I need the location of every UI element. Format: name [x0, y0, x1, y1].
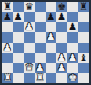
- square-f5[interactable]: [56, 32, 67, 42]
- square-e3[interactable]: [46, 53, 57, 63]
- square-a2[interactable]: [2, 63, 13, 73]
- piece-black-pawn: ♟: [46, 12, 55, 22]
- square-d8[interactable]: [35, 2, 46, 12]
- square-g8[interactable]: [67, 2, 78, 12]
- square-c6[interactable]: ♟: [24, 22, 35, 32]
- chess-diagram: ♜♛♚♜♟♟♟♟♟♟♟♟♟♟♝♛♟♟♜♜♚: [0, 0, 91, 85]
- square-a5[interactable]: [2, 32, 13, 42]
- piece-white-pawn: ♟: [36, 63, 45, 73]
- square-a4[interactable]: ♟: [2, 43, 13, 53]
- square-c3[interactable]: [24, 53, 35, 63]
- piece-black-pawn: ♟: [14, 12, 23, 22]
- square-g6[interactable]: ♟: [67, 22, 78, 32]
- square-a6[interactable]: [2, 22, 13, 32]
- piece-white-rook: ♜: [36, 73, 45, 83]
- square-c2[interactable]: ♛: [24, 63, 35, 73]
- square-f1[interactable]: [56, 73, 67, 83]
- piece-white-pawn: ♟: [3, 43, 12, 53]
- square-g4[interactable]: [67, 43, 78, 53]
- square-h8[interactable]: ♜: [78, 2, 89, 12]
- piece-black-rook: ♜: [3, 2, 12, 12]
- square-d1[interactable]: ♜: [35, 73, 46, 83]
- piece-black-rook: ♜: [79, 2, 88, 12]
- square-g3[interactable]: ♟: [67, 53, 78, 63]
- square-g7[interactable]: [67, 12, 78, 22]
- square-e6[interactable]: [46, 22, 57, 32]
- square-d6[interactable]: [35, 22, 46, 32]
- chess-board: ♜♛♚♜♟♟♟♟♟♟♟♟♟♟♝♛♟♟♜♜♚: [2, 2, 89, 83]
- square-e8[interactable]: [46, 2, 57, 12]
- piece-white-pawn: ♟: [57, 53, 66, 63]
- square-h2[interactable]: [78, 63, 89, 73]
- square-g2[interactable]: [67, 63, 78, 73]
- square-b6[interactable]: [13, 22, 24, 32]
- square-f7[interactable]: ♟: [56, 12, 67, 22]
- piece-black-pawn: ♟: [68, 22, 77, 32]
- square-a7[interactable]: ♟: [2, 12, 13, 22]
- square-e1[interactable]: [46, 73, 57, 83]
- square-b8[interactable]: [13, 2, 24, 12]
- square-b2[interactable]: [13, 63, 24, 73]
- piece-white-pawn: ♟: [68, 53, 77, 63]
- piece-black-king: ♚: [57, 2, 66, 12]
- square-b1[interactable]: [13, 73, 24, 83]
- square-h7[interactable]: [78, 12, 89, 22]
- square-f8[interactable]: ♚: [56, 2, 67, 12]
- square-d5[interactable]: [35, 32, 46, 42]
- piece-white-queen: ♛: [25, 63, 34, 73]
- piece-white-rook: ♜: [3, 73, 12, 83]
- square-a3[interactable]: [2, 53, 13, 63]
- square-g1[interactable]: ♚: [67, 73, 78, 83]
- square-c8[interactable]: ♛: [24, 2, 35, 12]
- square-e7[interactable]: ♟: [46, 12, 57, 22]
- square-h4[interactable]: [78, 43, 89, 53]
- square-h6[interactable]: [78, 22, 89, 32]
- square-a1[interactable]: ♜: [2, 73, 13, 83]
- square-b4[interactable]: [13, 43, 24, 53]
- square-g5[interactable]: [67, 32, 78, 42]
- piece-white-pawn: ♟: [46, 32, 55, 42]
- square-a8[interactable]: ♜: [2, 2, 13, 12]
- square-d2[interactable]: ♟: [35, 63, 46, 73]
- square-e4[interactable]: [46, 43, 57, 53]
- square-b7[interactable]: ♟: [13, 12, 24, 22]
- piece-white-pawn: ♟: [25, 22, 34, 32]
- square-c4[interactable]: [24, 43, 35, 53]
- square-f3[interactable]: ♟: [56, 53, 67, 63]
- square-b5[interactable]: [13, 32, 24, 42]
- square-c7[interactable]: [24, 12, 35, 22]
- square-b3[interactable]: [13, 53, 24, 63]
- square-f4[interactable]: [56, 43, 67, 53]
- square-c1[interactable]: [24, 73, 35, 83]
- piece-black-pawn: ♟: [57, 12, 66, 22]
- square-f6[interactable]: [56, 22, 67, 32]
- square-d7[interactable]: [35, 12, 46, 22]
- piece-white-king: ♚: [68, 73, 77, 83]
- square-e5[interactable]: ♟: [46, 32, 57, 42]
- square-h1[interactable]: [78, 73, 89, 83]
- square-c5[interactable]: [24, 32, 35, 42]
- piece-black-queen: ♛: [25, 2, 34, 12]
- square-d4[interactable]: [35, 43, 46, 53]
- square-h3[interactable]: ♝: [78, 53, 89, 63]
- piece-black-pawn: ♟: [3, 12, 12, 22]
- piece-white-pawn: ♟: [57, 63, 66, 73]
- square-h5[interactable]: [78, 32, 89, 42]
- square-e2[interactable]: [46, 63, 57, 73]
- square-d3[interactable]: [35, 53, 46, 63]
- square-f2[interactable]: ♟: [56, 63, 67, 73]
- piece-black-bishop: ♝: [79, 53, 88, 63]
